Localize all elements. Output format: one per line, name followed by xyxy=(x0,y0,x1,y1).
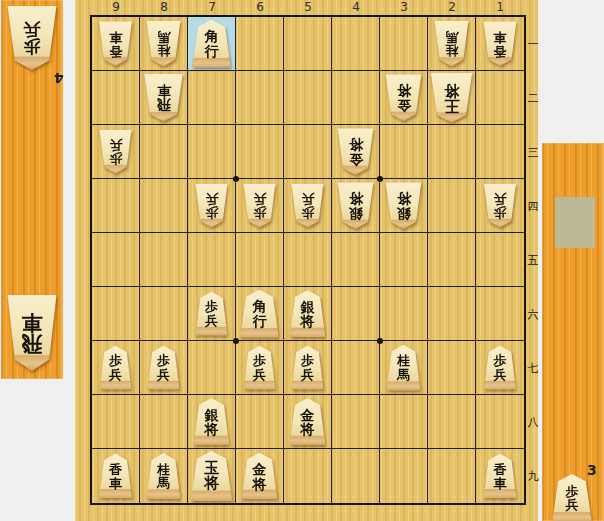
silver-sente-piece[interactable]: 銀将 xyxy=(289,290,327,337)
piece-kanji: 金将 xyxy=(289,398,327,445)
file-label: 8 xyxy=(140,0,188,15)
square-7-6[interactable]: 歩兵 xyxy=(188,287,236,341)
knight-sente-piece[interactable]: 桂馬 xyxy=(386,345,422,391)
square-1-5[interactable] xyxy=(476,233,524,287)
piece-kanji: 飛車 xyxy=(6,295,58,371)
square-8-5[interactable] xyxy=(140,233,188,287)
file-label: 9 xyxy=(92,0,140,15)
pawn-gote-piece[interactable]: 歩兵 xyxy=(195,184,229,228)
knight-gote-piece[interactable]: 桂馬 xyxy=(434,21,470,67)
square-5-5[interactable] xyxy=(284,233,332,287)
square-5-3[interactable] xyxy=(284,125,332,179)
square-5-4[interactable]: 歩兵 xyxy=(284,179,332,233)
square-4-3[interactable]: 金将 xyxy=(332,125,380,179)
square-2-4[interactable] xyxy=(428,179,476,233)
square-9-6[interactable] xyxy=(92,287,140,341)
square-3-4[interactable]: 銀将 xyxy=(380,179,428,233)
piece-kanji: 銀将 xyxy=(337,182,375,229)
square-1-1[interactable]: 香車 xyxy=(476,17,524,71)
piece-kanji: 歩兵 xyxy=(147,346,181,390)
square-3-2[interactable]: 金将 xyxy=(380,71,428,125)
piece-kanji: 玉将 xyxy=(190,451,234,501)
square-8-6[interactable] xyxy=(140,287,188,341)
square-6-1[interactable] xyxy=(236,17,284,71)
square-6-5[interactable] xyxy=(236,233,284,287)
piece-kanji: 王将 xyxy=(430,73,474,123)
hand-pawn-sente[interactable]: 歩兵3 xyxy=(551,474,593,521)
piece-kanji: 歩兵 xyxy=(195,292,229,336)
square-6-4[interactable]: 歩兵 xyxy=(236,179,284,233)
piece-kanji: 歩兵 xyxy=(6,6,58,70)
square-3-7[interactable]: 桂馬 xyxy=(380,341,428,395)
square-9-7[interactable]: 歩兵 xyxy=(92,341,140,395)
rank-label: 六 xyxy=(526,287,540,341)
hand-count: 4 xyxy=(54,70,64,86)
square-1-7[interactable]: 歩兵 xyxy=(476,341,524,395)
piece-kanji: 香車 xyxy=(483,21,518,66)
square-8-2[interactable]: 飛車 xyxy=(140,71,188,125)
square-7-8[interactable]: 銀将 xyxy=(188,395,236,449)
square-1-8[interactable] xyxy=(476,395,524,449)
square-9-5[interactable] xyxy=(92,233,140,287)
square-3-6[interactable] xyxy=(380,287,428,341)
piece-kanji: 香車 xyxy=(98,454,133,499)
rank-label: 二 xyxy=(526,71,540,125)
pawn-sente-piece[interactable]: 歩兵 xyxy=(99,346,133,390)
rook-gote-piece[interactable]: 飛車 xyxy=(6,295,58,371)
square-7-3[interactable] xyxy=(188,125,236,179)
hand-pawn-gote[interactable]: 歩兵4 xyxy=(6,6,58,70)
piece-kanji: 角行 xyxy=(239,290,280,338)
file-label: 1 xyxy=(476,0,524,15)
piece-kanji: 歩兵 xyxy=(483,184,517,228)
square-2-7[interactable] xyxy=(428,341,476,395)
square-9-3[interactable]: 歩兵 xyxy=(92,125,140,179)
hand-rook-gote[interactable]: 飛車 xyxy=(6,295,58,371)
hoshi-dot xyxy=(233,176,239,182)
square-3-8[interactable] xyxy=(380,395,428,449)
square-7-7[interactable] xyxy=(188,341,236,395)
rank-label: 八 xyxy=(526,395,540,449)
square-7-4[interactable]: 歩兵 xyxy=(188,179,236,233)
rank-label: 一 xyxy=(526,17,540,71)
rank-label: 九 xyxy=(526,449,540,503)
pawn-gote-piece[interactable]: 歩兵 xyxy=(291,184,325,228)
hoshi-dot xyxy=(377,338,383,344)
silver-gote-piece[interactable]: 銀将 xyxy=(337,182,375,229)
square-4-5[interactable] xyxy=(332,233,380,287)
file-label: 7 xyxy=(188,0,236,15)
square-2-6[interactable] xyxy=(428,287,476,341)
piece-kanji: 歩兵 xyxy=(483,346,517,390)
pawn-sente-piece[interactable]: 歩兵 xyxy=(147,346,181,390)
square-2-9[interactable] xyxy=(428,449,476,503)
square-7-2[interactable] xyxy=(188,71,236,125)
file-label: 3 xyxy=(380,0,428,15)
square-3-3[interactable] xyxy=(380,125,428,179)
king-gote-piece[interactable]: 王将 xyxy=(430,73,474,123)
file-label: 2 xyxy=(428,0,476,15)
knight-gote-piece[interactable]: 桂馬 xyxy=(146,21,182,67)
piece-kanji: 銀将 xyxy=(193,398,231,445)
piece-kanji: 銀将 xyxy=(385,182,423,229)
square-8-9[interactable]: 桂馬 xyxy=(140,449,188,503)
pawn-gote-piece[interactable]: 歩兵 xyxy=(483,184,517,228)
square-7-1[interactable]: 角行 xyxy=(188,17,236,71)
sente-komadai: 歩兵3 xyxy=(542,143,604,521)
square-2-3[interactable] xyxy=(428,125,476,179)
square-7-9[interactable]: 玉将 xyxy=(188,449,236,503)
selected-slot xyxy=(555,197,595,248)
silver-sente-piece[interactable]: 銀将 xyxy=(193,398,231,445)
square-1-3[interactable] xyxy=(476,125,524,179)
square-5-2[interactable] xyxy=(284,71,332,125)
gote-komadai: 歩兵4飛車 xyxy=(1,0,63,379)
square-5-7[interactable]: 歩兵 xyxy=(284,341,332,395)
piece-kanji: 金将 xyxy=(241,453,279,500)
square-4-8[interactable] xyxy=(332,395,380,449)
piece-kanji: 歩兵 xyxy=(243,184,277,228)
piece-kanji: 歩兵 xyxy=(99,346,133,390)
square-3-9[interactable] xyxy=(380,449,428,503)
rank-labels: 一二三四五六七八九 xyxy=(526,17,540,503)
file-label: 6 xyxy=(236,0,284,15)
gold-sente-piece[interactable]: 金将 xyxy=(289,398,327,445)
piece-kanji: 桂馬 xyxy=(434,21,470,67)
hoshi-dot xyxy=(233,338,239,344)
square-5-9[interactable] xyxy=(284,449,332,503)
rank-label: 四 xyxy=(526,179,540,233)
pawn-sente-piece[interactable]: 歩兵 xyxy=(195,292,229,336)
square-6-9[interactable]: 金将 xyxy=(236,449,284,503)
rook-gote-piece[interactable]: 飛車 xyxy=(143,74,184,122)
piece-kanji: 香車 xyxy=(483,454,518,499)
pawn-gote-piece[interactable]: 歩兵 xyxy=(243,184,277,228)
pawn-sente-piece[interactable]: 歩兵 xyxy=(291,346,325,390)
file-label: 5 xyxy=(284,0,332,15)
square-9-8[interactable] xyxy=(92,395,140,449)
pawn-sente-piece[interactable]: 歩兵 xyxy=(551,474,593,521)
pawn-gote-piece[interactable]: 歩兵 xyxy=(6,6,58,70)
piece-kanji: 桂馬 xyxy=(146,453,182,499)
piece-kanji: 飛車 xyxy=(143,74,184,122)
square-4-2[interactable] xyxy=(332,71,380,125)
piece-kanji: 歩兵 xyxy=(243,346,277,390)
square-2-5[interactable] xyxy=(428,233,476,287)
lance-gote-piece[interactable]: 香車 xyxy=(483,21,518,66)
square-1-9[interactable]: 香車 xyxy=(476,449,524,503)
shogi-app: 歩兵4飛車 987654321 一二三四五六七八九 香車桂馬角行桂馬香車飛車金将… xyxy=(0,0,604,521)
gold-gote-piece[interactable]: 金将 xyxy=(337,128,375,175)
piece-kanji: 歩兵 xyxy=(291,184,325,228)
board-grid: 香車桂馬角行桂馬香車飛車金将王将歩兵金将歩兵歩兵歩兵銀将銀将歩兵歩兵角行銀将歩兵… xyxy=(90,15,526,505)
piece-kanji: 金将 xyxy=(385,74,423,121)
piece-kanji: 金将 xyxy=(337,128,375,175)
gold-gote-piece[interactable]: 金将 xyxy=(385,74,423,121)
square-1-4[interactable]: 歩兵 xyxy=(476,179,524,233)
square-8-1[interactable]: 桂馬 xyxy=(140,17,188,71)
square-4-6[interactable] xyxy=(332,287,380,341)
square-8-7[interactable]: 歩兵 xyxy=(140,341,188,395)
pawn-sente-piece[interactable]: 歩兵 xyxy=(483,346,517,390)
lance-sente-piece[interactable]: 香車 xyxy=(483,454,518,499)
square-3-5[interactable] xyxy=(380,233,428,287)
shogi-board: 987654321 一二三四五六七八九 香車桂馬角行桂馬香車飛車金将王将歩兵金将… xyxy=(75,0,538,521)
square-2-8[interactable] xyxy=(428,395,476,449)
rank-label: 三 xyxy=(526,125,540,179)
square-9-1[interactable]: 香車 xyxy=(92,17,140,71)
square-7-5[interactable] xyxy=(188,233,236,287)
rank-label: 五 xyxy=(526,233,540,287)
hoshi-dot xyxy=(377,176,383,182)
pawn-gote-piece[interactable]: 歩兵 xyxy=(99,130,133,174)
piece-kanji: 桂馬 xyxy=(146,21,182,67)
square-3-1[interactable] xyxy=(380,17,428,71)
pawn-sente-piece[interactable]: 歩兵 xyxy=(243,346,277,390)
square-2-1[interactable]: 桂馬 xyxy=(428,17,476,71)
square-8-8[interactable] xyxy=(140,395,188,449)
square-6-6[interactable]: 角行 xyxy=(236,287,284,341)
square-1-6[interactable] xyxy=(476,287,524,341)
king-sente-piece[interactable]: 玉将 xyxy=(190,451,234,501)
piece-kanji: 桂馬 xyxy=(386,345,422,391)
square-6-8[interactable] xyxy=(236,395,284,449)
piece-kanji: 歩兵 xyxy=(99,130,133,174)
lance-gote-piece[interactable]: 香車 xyxy=(98,21,133,66)
square-9-2[interactable] xyxy=(92,71,140,125)
square-5-1[interactable] xyxy=(284,17,332,71)
square-1-2[interactable] xyxy=(476,71,524,125)
piece-kanji: 歩兵 xyxy=(291,346,325,390)
square-6-7[interactable]: 歩兵 xyxy=(236,341,284,395)
square-6-2[interactable] xyxy=(236,71,284,125)
square-6-3[interactable] xyxy=(236,125,284,179)
lance-sente-piece[interactable]: 香車 xyxy=(98,454,133,499)
square-4-1[interactable] xyxy=(332,17,380,71)
square-9-4[interactable] xyxy=(92,179,140,233)
piece-kanji: 香車 xyxy=(98,21,133,66)
square-8-4[interactable] xyxy=(140,179,188,233)
square-9-9[interactable]: 香車 xyxy=(92,449,140,503)
square-5-6[interactable]: 銀将 xyxy=(284,287,332,341)
piece-kanji: 銀将 xyxy=(289,290,327,337)
square-4-7[interactable] xyxy=(332,341,380,395)
gold-sente-piece[interactable]: 金将 xyxy=(241,453,279,500)
piece-kanji: 角行 xyxy=(191,20,232,68)
bishop-sente-piece[interactable]: 角行 xyxy=(191,20,232,68)
piece-kanji: 歩兵 xyxy=(195,184,229,228)
bishop-sente-piece[interactable]: 角行 xyxy=(239,290,280,338)
square-4-4[interactable]: 銀将 xyxy=(332,179,380,233)
rank-label: 七 xyxy=(526,341,540,395)
square-2-2[interactable]: 王将 xyxy=(428,71,476,125)
knight-sente-piece[interactable]: 桂馬 xyxy=(146,453,182,499)
file-labels: 987654321 xyxy=(92,0,524,15)
square-5-8[interactable]: 金将 xyxy=(284,395,332,449)
piece-kanji: 歩兵 xyxy=(551,474,593,521)
file-label: 4 xyxy=(332,0,380,15)
hand-count: 3 xyxy=(587,462,597,478)
square-8-3[interactable] xyxy=(140,125,188,179)
silver-gote-piece[interactable]: 銀将 xyxy=(385,182,423,229)
square-4-9[interactable] xyxy=(332,449,380,503)
